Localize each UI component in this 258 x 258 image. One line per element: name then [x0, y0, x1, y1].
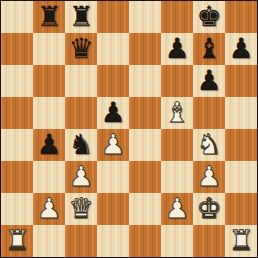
black-rook-icon: ♜ [68, 1, 93, 33]
square-g7[interactable]: ♝ [193, 33, 225, 65]
square-e5[interactable] [129, 97, 161, 129]
square-d7[interactable] [97, 33, 129, 65]
square-a6[interactable] [1, 65, 33, 97]
square-d4[interactable]: ♟ [97, 129, 129, 161]
square-b2[interactable]: ♟ [33, 193, 65, 225]
square-c5[interactable] [65, 97, 97, 129]
square-a5[interactable] [1, 97, 33, 129]
black-pawn-icon: ♟ [196, 65, 221, 97]
square-f3[interactable] [161, 161, 193, 193]
square-e7[interactable] [129, 33, 161, 65]
chess-diagram: ♜♜♚♛♟♝♟♟♟♝♟♞♟♞♟♟♟♛♟♚♜♜ [0, 0, 258, 258]
square-e2[interactable] [129, 193, 161, 225]
white-knight-icon: ♞ [196, 129, 221, 161]
square-h7[interactable]: ♟ [225, 33, 257, 65]
square-d6[interactable] [97, 65, 129, 97]
square-e3[interactable] [129, 161, 161, 193]
square-f2[interactable]: ♟ [161, 193, 193, 225]
square-g6[interactable]: ♟ [193, 65, 225, 97]
square-a3[interactable] [1, 161, 33, 193]
square-c4[interactable]: ♞ [65, 129, 97, 161]
square-g5[interactable] [193, 97, 225, 129]
white-pawn-icon: ♟ [68, 161, 93, 193]
white-king-icon: ♚ [196, 193, 221, 225]
square-g8[interactable]: ♚ [193, 1, 225, 33]
square-h1[interactable]: ♜ [225, 225, 257, 257]
square-g4[interactable]: ♞ [193, 129, 225, 161]
square-c1[interactable] [65, 225, 97, 257]
white-pawn-icon: ♟ [36, 193, 61, 225]
black-pawn-icon: ♟ [100, 97, 125, 129]
square-h6[interactable] [225, 65, 257, 97]
square-e6[interactable] [129, 65, 161, 97]
black-pawn-icon: ♟ [36, 129, 61, 161]
square-a2[interactable] [1, 193, 33, 225]
square-f7[interactable]: ♟ [161, 33, 193, 65]
square-h2[interactable] [225, 193, 257, 225]
chess-board: ♜♜♚♛♟♝♟♟♟♝♟♞♟♞♟♟♟♛♟♚♜♜ [0, 0, 258, 258]
square-g2[interactable]: ♚ [193, 193, 225, 225]
black-rook-icon: ♜ [36, 1, 61, 33]
square-h4[interactable] [225, 129, 257, 161]
square-f8[interactable] [161, 1, 193, 33]
square-h8[interactable] [225, 1, 257, 33]
square-a8[interactable] [1, 1, 33, 33]
white-rook-icon: ♜ [228, 225, 253, 257]
square-b8[interactable]: ♜ [33, 1, 65, 33]
square-b6[interactable] [33, 65, 65, 97]
square-f4[interactable] [161, 129, 193, 161]
white-bishop-icon: ♝ [164, 97, 189, 129]
square-f5[interactable]: ♝ [161, 97, 193, 129]
black-pawn-icon: ♟ [228, 33, 253, 65]
square-e4[interactable] [129, 129, 161, 161]
square-d1[interactable] [97, 225, 129, 257]
white-pawn-icon: ♟ [100, 129, 125, 161]
square-b5[interactable] [33, 97, 65, 129]
white-rook-icon: ♜ [4, 225, 29, 257]
white-queen-icon: ♛ [68, 193, 93, 225]
white-pawn-icon: ♟ [196, 161, 221, 193]
square-g1[interactable] [193, 225, 225, 257]
square-c8[interactable]: ♜ [65, 1, 97, 33]
square-b1[interactable] [33, 225, 65, 257]
black-king-icon: ♚ [196, 1, 221, 33]
square-d2[interactable] [97, 193, 129, 225]
square-f1[interactable] [161, 225, 193, 257]
black-queen-icon: ♛ [68, 33, 93, 65]
square-g3[interactable]: ♟ [193, 161, 225, 193]
black-knight-icon: ♞ [68, 129, 93, 161]
white-pawn-icon: ♟ [164, 193, 189, 225]
square-c2[interactable]: ♛ [65, 193, 97, 225]
square-c3[interactable]: ♟ [65, 161, 97, 193]
square-h5[interactable] [225, 97, 257, 129]
square-b3[interactable] [33, 161, 65, 193]
square-d8[interactable] [97, 1, 129, 33]
square-a1[interactable]: ♜ [1, 225, 33, 257]
square-c6[interactable] [65, 65, 97, 97]
square-a4[interactable] [1, 129, 33, 161]
square-h3[interactable] [225, 161, 257, 193]
square-d5[interactable]: ♟ [97, 97, 129, 129]
square-d3[interactable] [97, 161, 129, 193]
square-e8[interactable] [129, 1, 161, 33]
square-e1[interactable] [129, 225, 161, 257]
square-b4[interactable]: ♟ [33, 129, 65, 161]
square-f6[interactable] [161, 65, 193, 97]
black-pawn-icon: ♟ [164, 33, 189, 65]
square-c7[interactable]: ♛ [65, 33, 97, 65]
square-a7[interactable] [1, 33, 33, 65]
black-bishop-icon: ♝ [196, 33, 221, 65]
square-b7[interactable] [33, 33, 65, 65]
